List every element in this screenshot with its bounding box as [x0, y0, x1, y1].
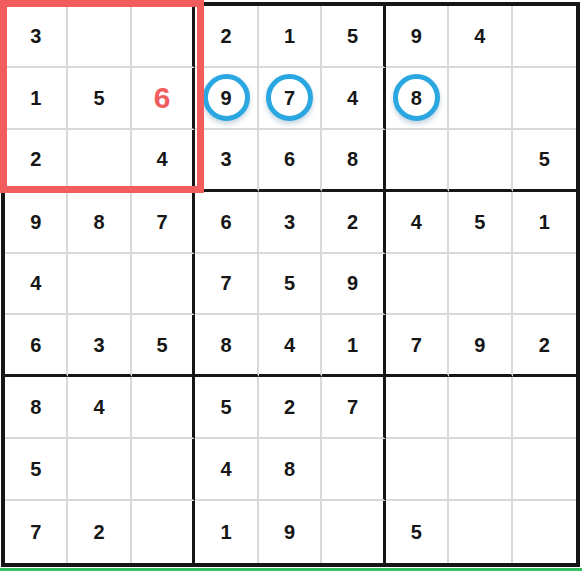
cell-r1c2[interactable]	[68, 6, 131, 68]
cell-r2c7[interactable]: 8	[386, 68, 449, 130]
cell-r4c9[interactable]: 1	[513, 192, 576, 254]
digit: 7	[347, 397, 358, 417]
cell-r5c3[interactable]	[132, 254, 195, 316]
cell-r8c2[interactable]	[68, 439, 131, 501]
cell-r7c1[interactable]: 8	[5, 377, 68, 439]
digit: 1	[347, 335, 358, 355]
digit: 4	[157, 149, 168, 169]
cell-r2c9[interactable]	[513, 68, 576, 130]
digit: 5	[539, 149, 550, 169]
cell-r5c9[interactable]	[513, 254, 576, 316]
cell-r5c2[interactable]	[68, 254, 131, 316]
cell-r8c7[interactable]	[386, 439, 449, 501]
cell-r1c5[interactable]: 1	[259, 6, 322, 68]
digit: 8	[347, 149, 358, 169]
digit: 4	[94, 397, 105, 417]
cell-r2c5[interactable]: 7	[259, 68, 322, 130]
cell-r9c4[interactable]: 1	[195, 501, 258, 563]
digit: 2	[30, 149, 41, 169]
cell-r4c6[interactable]: 2	[322, 192, 385, 254]
cell-r3c5[interactable]: 6	[259, 130, 322, 192]
cell-r5c4[interactable]: 7	[195, 254, 258, 316]
cell-r4c2[interactable]: 8	[68, 192, 131, 254]
digit: 3	[284, 212, 295, 232]
digit: 8	[284, 459, 295, 479]
sudoku-board: 3215941569748243685987632451475963584179…	[1, 2, 580, 567]
digit: 7	[220, 273, 231, 293]
digit: 5	[411, 522, 422, 542]
cell-r1c7[interactable]: 9	[386, 6, 449, 68]
cell-r2c4[interactable]: 9	[195, 68, 258, 130]
cell-r9c8[interactable]	[449, 501, 512, 563]
digit: 8	[411, 88, 422, 108]
cell-r9c9[interactable]	[513, 501, 576, 563]
cell-r5c5[interactable]: 5	[259, 254, 322, 316]
digit: 2	[220, 26, 231, 46]
cell-r7c8[interactable]	[449, 377, 512, 439]
cell-r7c9[interactable]	[513, 377, 576, 439]
digit: 6	[284, 149, 295, 169]
digit: 4	[284, 335, 295, 355]
cell-r2c6[interactable]: 4	[322, 68, 385, 130]
cell-r9c7[interactable]: 5	[386, 501, 449, 563]
cell-r4c7[interactable]: 4	[386, 192, 449, 254]
cell-r8c9[interactable]	[513, 439, 576, 501]
digit: 3	[94, 335, 105, 355]
cell-r1c6[interactable]: 5	[322, 6, 385, 68]
cell-r9c6[interactable]	[322, 501, 385, 563]
digit: 4	[30, 273, 41, 293]
cell-r8c4[interactable]: 4	[195, 439, 258, 501]
digit: 7	[284, 88, 295, 108]
digit: 5	[220, 397, 231, 417]
cell-r9c3[interactable]	[132, 501, 195, 563]
cell-r6c1[interactable]: 6	[5, 315, 68, 377]
sudoku-app: 3215941569748243685987632451475963584179…	[0, 0, 582, 571]
digit: 5	[284, 273, 295, 293]
cell-r4c1[interactable]: 9	[5, 192, 68, 254]
digit: 2	[347, 212, 358, 232]
digit: 1	[539, 212, 550, 232]
digit: 4	[411, 212, 422, 232]
cell-r7c5[interactable]: 2	[259, 377, 322, 439]
cell-r1c9[interactable]	[513, 6, 576, 68]
cell-r2c2[interactable]: 5	[68, 68, 131, 130]
cell-r6c6[interactable]: 1	[322, 315, 385, 377]
cell-r8c1[interactable]: 5	[5, 439, 68, 501]
cell-r3c4[interactable]: 3	[195, 130, 258, 192]
cell-r8c5[interactable]: 8	[259, 439, 322, 501]
digit: 2	[284, 397, 295, 417]
digit: 2	[94, 522, 105, 542]
digit: 9	[347, 273, 358, 293]
digit: 8	[94, 212, 105, 232]
cell-r3c3[interactable]: 4	[132, 130, 195, 192]
cell-r4c8[interactable]: 5	[449, 192, 512, 254]
cell-r7c4[interactable]: 5	[195, 377, 258, 439]
cell-r5c6[interactable]: 9	[322, 254, 385, 316]
digit: 5	[30, 459, 41, 479]
digit: 3	[30, 26, 41, 46]
digit: 9	[411, 26, 422, 46]
cell-r3c9[interactable]: 5	[513, 130, 576, 192]
digit: 8	[220, 335, 231, 355]
cell-r6c8[interactable]: 9	[449, 315, 512, 377]
digit: 2	[539, 335, 550, 355]
digit: 7	[30, 522, 41, 542]
digit: 6	[30, 335, 41, 355]
digit: 7	[157, 212, 168, 232]
digit: 9	[284, 522, 295, 542]
cell-r1c1[interactable]: 3	[5, 6, 68, 68]
cell-r5c1[interactable]: 4	[5, 254, 68, 316]
digit: 6	[154, 83, 171, 113]
cell-r2c8[interactable]	[449, 68, 512, 130]
digit: 1	[220, 522, 231, 542]
cell-r4c4[interactable]: 6	[195, 192, 258, 254]
cell-r3c7[interactable]	[386, 130, 449, 192]
cell-r8c3[interactable]	[132, 439, 195, 501]
cell-r3c8[interactable]	[449, 130, 512, 192]
cell-r6c2[interactable]: 3	[68, 315, 131, 377]
cell-r5c7[interactable]	[386, 254, 449, 316]
digit: 8	[30, 397, 41, 417]
cell-r3c6[interactable]: 8	[322, 130, 385, 192]
cell-r7c7[interactable]	[386, 377, 449, 439]
cell-r8c6[interactable]	[322, 439, 385, 501]
cell-r7c6[interactable]: 7	[322, 377, 385, 439]
cell-r6c5[interactable]: 4	[259, 315, 322, 377]
cell-r3c2[interactable]	[68, 130, 131, 192]
cell-r1c3[interactable]	[132, 6, 195, 68]
digit: 6	[220, 212, 231, 232]
cell-r9c2[interactable]: 2	[68, 501, 131, 563]
cell-r4c5[interactable]: 3	[259, 192, 322, 254]
digit: 5	[157, 335, 168, 355]
digit: 5	[94, 88, 105, 108]
digit: 4	[474, 26, 485, 46]
cell-r2c3[interactable]: 6	[132, 68, 195, 130]
cell-r7c2[interactable]: 4	[68, 377, 131, 439]
digit: 1	[30, 88, 41, 108]
cell-r2c1[interactable]: 1	[5, 68, 68, 130]
digit: 3	[220, 149, 231, 169]
digit: 7	[411, 335, 422, 355]
digit: 5	[474, 212, 485, 232]
cell-r6c4[interactable]: 8	[195, 315, 258, 377]
cell-r3c1[interactable]: 2	[5, 130, 68, 192]
digit: 1	[284, 26, 295, 46]
digit: 9	[220, 88, 231, 108]
cell-r6c9[interactable]: 2	[513, 315, 576, 377]
cell-r7c3[interactable]	[132, 377, 195, 439]
blue-circle-annotation: 7	[266, 74, 313, 121]
cell-r6c3[interactable]: 5	[132, 315, 195, 377]
digit: 4	[347, 88, 358, 108]
cell-r1c4[interactable]: 2	[195, 6, 258, 68]
blue-circle-annotation: 9	[203, 74, 250, 121]
digit: 5	[347, 26, 358, 46]
blue-circle-annotation: 8	[393, 74, 440, 121]
cell-r4c3[interactable]: 7	[132, 192, 195, 254]
digit: 9	[30, 212, 41, 232]
cell-r9c1[interactable]: 7	[5, 501, 68, 563]
digit: 4	[220, 459, 231, 479]
cell-r9c5[interactable]: 9	[259, 501, 322, 563]
digit: 9	[474, 335, 485, 355]
cell-r6c7[interactable]: 7	[386, 315, 449, 377]
cell-r8c8[interactable]	[449, 439, 512, 501]
cell-r1c8[interactable]: 4	[449, 6, 512, 68]
cell-r5c8[interactable]	[449, 254, 512, 316]
